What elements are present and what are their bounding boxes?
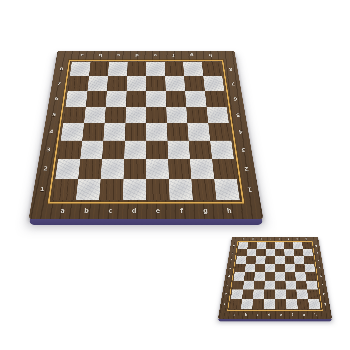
small-square-g3 <box>296 280 307 289</box>
large-square-c2 <box>101 159 124 179</box>
large-ranks-left-label-5: 5 <box>46 107 62 123</box>
small-square-c1 <box>252 299 264 309</box>
small-files-top-label-e: e <box>275 237 284 241</box>
small-square-e2 <box>275 289 286 299</box>
large-square-g2 <box>190 159 214 179</box>
small-square-a1 <box>229 299 241 309</box>
large-ranks-right-label-5: 5 <box>230 107 246 123</box>
small-square-f4 <box>285 272 296 280</box>
small-square-h4 <box>305 272 316 280</box>
small-ranks-right-label-1: 1 <box>321 299 330 309</box>
small-ranks-right-label-7: 7 <box>314 249 321 256</box>
large-playfield <box>48 60 245 204</box>
small-square-h2 <box>307 289 319 299</box>
small-square-e5 <box>275 264 285 272</box>
large-square-c8 <box>108 62 128 76</box>
chessboard-large-wrap: abcdefgh abcdefgh 87654321 87654321 <box>0 0 350 350</box>
large-ranks-right-label-2: 2 <box>238 159 256 179</box>
large-ranks-left-label-3: 3 <box>40 140 57 159</box>
large-files-top-label-g: g <box>182 51 201 60</box>
small-files-bottom-label-e: e <box>275 311 287 318</box>
large-files-top-label-e: e <box>146 51 164 60</box>
small-ranks-left-label-7: 7 <box>229 249 236 256</box>
large-square-e2 <box>146 159 169 179</box>
small-square-b7 <box>246 249 256 256</box>
small-square-a8 <box>238 242 248 249</box>
small-ranks-left-label-3: 3 <box>223 280 231 289</box>
large-square-g7 <box>184 76 205 91</box>
large-square-b8 <box>89 62 109 76</box>
small-ranks-left-label-2: 2 <box>222 289 231 299</box>
large-square-e1 <box>146 179 169 200</box>
large-square-b6 <box>86 91 107 107</box>
large-files-top-label-d: d <box>128 51 146 60</box>
small-ranks-right-label-2: 2 <box>320 289 329 299</box>
small-square-f7 <box>284 249 294 256</box>
large-square-c5 <box>105 107 126 123</box>
small-square-f3 <box>285 280 296 289</box>
large-square-f2 <box>168 159 191 179</box>
large-square-b3 <box>80 140 103 159</box>
large-files-top-label-b: b <box>91 51 110 60</box>
small-square-c7 <box>256 249 266 256</box>
small-square-a2 <box>231 289 243 299</box>
large-square-h2 <box>212 159 237 179</box>
small-square-a4 <box>234 272 245 280</box>
small-board-side-edge <box>218 319 332 322</box>
small-square-h1 <box>308 299 320 309</box>
small-square-f6 <box>285 256 295 264</box>
small-square-h7 <box>303 249 313 256</box>
small-square-g5 <box>295 264 306 272</box>
small-ranks-right-label-5: 5 <box>316 264 324 272</box>
large-square-f1 <box>169 179 193 200</box>
large-square-e6 <box>146 91 166 107</box>
large-square-c3 <box>102 140 125 159</box>
large-square-f3 <box>167 140 190 159</box>
large-ranks-right-label-7: 7 <box>226 76 241 91</box>
large-square-d7 <box>126 76 146 91</box>
small-square-c2 <box>253 289 264 299</box>
small-files-top-label-a: a <box>239 237 248 241</box>
large-ranks-left-labels: 87654321 <box>33 62 69 199</box>
small-square-b3 <box>243 280 254 289</box>
small-ranks-right-label-4: 4 <box>317 272 325 280</box>
small-ranks-left-label-6: 6 <box>228 256 236 264</box>
small-files-bottom-label-c: c <box>252 311 264 318</box>
large-square-f5 <box>166 107 187 123</box>
large-grid <box>52 62 239 199</box>
large-square-h5 <box>206 107 228 123</box>
small-ranks-left-label-5: 5 <box>226 264 234 272</box>
large-square-g4 <box>187 123 210 140</box>
small-square-f2 <box>286 289 297 299</box>
large-square-c1 <box>99 179 123 200</box>
large-square-d8 <box>127 62 146 76</box>
small-square-b1 <box>241 299 253 309</box>
large-square-a7 <box>68 76 89 91</box>
large-square-a6 <box>66 91 88 107</box>
large-square-h1 <box>214 179 240 200</box>
large-square-g6 <box>185 91 206 107</box>
large-ranks-left-label-2: 2 <box>36 159 54 179</box>
small-square-c6 <box>255 256 265 264</box>
small-square-e4 <box>275 272 285 280</box>
small-square-b4 <box>244 272 255 280</box>
scene: abcdefgh abcdefgh 87654321 87654321 abcd… <box>0 0 350 350</box>
large-ranks-left-label-8: 8 <box>54 62 69 76</box>
small-files-top-labels: abcdefgh <box>239 237 311 241</box>
small-square-a6 <box>236 256 247 264</box>
small-files-top-label-h: h <box>301 237 310 241</box>
large-ranks-left-label-7: 7 <box>51 76 66 91</box>
small-square-e8 <box>275 242 284 249</box>
large-square-f4 <box>167 123 189 140</box>
small-files-bottom-label-g: g <box>298 311 310 318</box>
small-square-h8 <box>302 242 312 249</box>
large-files-bottom-labels: abcdefgh <box>50 203 242 217</box>
large-square-h6 <box>205 91 227 107</box>
large-square-a3 <box>58 140 82 159</box>
large-square-e7 <box>146 76 166 91</box>
large-files-bottom-label-c: c <box>98 203 123 217</box>
large-square-c7 <box>107 76 127 91</box>
large-square-h7 <box>203 76 224 91</box>
large-square-e5 <box>146 107 167 123</box>
large-square-g8 <box>183 62 203 76</box>
small-ranks-left-label-1: 1 <box>220 299 229 309</box>
small-square-c5 <box>255 264 265 272</box>
small-files-bottom-label-f: f <box>286 311 298 318</box>
large-ranks-left-label-6: 6 <box>49 91 65 107</box>
small-files-bottom-labels: abcdefgh <box>228 311 321 318</box>
large-square-c6 <box>106 91 127 107</box>
large-square-e4 <box>146 123 167 140</box>
chessboard-small: abcdefgh abcdefgh 87654321 87654321 <box>218 237 332 319</box>
small-square-g6 <box>294 256 304 264</box>
small-square-f5 <box>285 264 295 272</box>
small-square-f1 <box>286 299 298 309</box>
small-square-f8 <box>284 242 293 249</box>
small-ranks-left-label-4: 4 <box>225 272 233 280</box>
large-ranks-right-label-4: 4 <box>232 123 249 140</box>
large-files-bottom-label-b: b <box>74 203 99 217</box>
small-files-top-label-b: b <box>248 237 257 241</box>
small-files-bottom-label-a: a <box>228 311 240 318</box>
large-ranks-right-label-8: 8 <box>223 62 238 76</box>
large-square-a1 <box>52 179 78 200</box>
small-files-top-label-c: c <box>257 237 266 241</box>
large-ranks-right-label-1: 1 <box>241 179 260 200</box>
small-files-top-label-d: d <box>266 237 275 241</box>
large-square-h8 <box>202 62 223 76</box>
large-square-b7 <box>87 76 108 91</box>
large-files-top-label-a: a <box>72 51 91 60</box>
large-files-bottom-label-g: g <box>193 203 218 217</box>
small-square-d3 <box>264 280 275 289</box>
large-files-bottom-label-h: h <box>217 203 243 217</box>
large-square-a4 <box>61 123 84 140</box>
small-grid <box>229 242 320 309</box>
large-square-d1 <box>123 179 146 200</box>
small-ranks-right-label-8: 8 <box>313 242 320 249</box>
small-square-c3 <box>254 280 265 289</box>
large-square-h3 <box>210 140 234 159</box>
small-square-d1 <box>264 299 275 309</box>
small-square-e3 <box>275 280 286 289</box>
small-square-a7 <box>237 249 247 256</box>
small-square-d4 <box>265 272 275 280</box>
small-files-bottom-label-h: h <box>309 311 321 318</box>
small-files-bottom-label-d: d <box>263 311 275 318</box>
chessboard-large: abcdefgh abcdefgh 87654321 87654321 <box>29 51 264 219</box>
large-square-d6 <box>126 91 146 107</box>
small-files-top-label-f: f <box>284 237 293 241</box>
small-square-b6 <box>246 256 256 264</box>
large-ranks-right-label-6: 6 <box>228 91 244 107</box>
large-square-g3 <box>189 140 212 159</box>
large-board-side-edge <box>29 219 263 225</box>
large-square-a8 <box>70 62 91 76</box>
small-square-h6 <box>304 256 315 264</box>
small-square-g1 <box>297 299 309 309</box>
large-square-c4 <box>103 123 125 140</box>
large-square-a5 <box>63 107 85 123</box>
small-square-c4 <box>254 272 265 280</box>
large-square-d5 <box>125 107 146 123</box>
large-ranks-right-label-3: 3 <box>235 140 252 159</box>
small-square-e7 <box>275 249 285 256</box>
small-square-h5 <box>304 264 315 272</box>
large-ranks-left-label-4: 4 <box>43 123 60 140</box>
large-square-e8 <box>146 62 165 76</box>
small-square-g7 <box>294 249 304 256</box>
large-files-bottom-label-f: f <box>170 203 195 217</box>
large-square-f7 <box>165 76 185 91</box>
large-square-d4 <box>125 123 146 140</box>
small-square-d8 <box>266 242 275 249</box>
large-square-f8 <box>165 62 185 76</box>
small-square-b5 <box>245 264 256 272</box>
large-square-d3 <box>124 140 146 159</box>
large-files-bottom-label-e: e <box>146 203 170 217</box>
large-files-top-label-c: c <box>109 51 128 60</box>
small-square-d7 <box>265 249 275 256</box>
small-square-d5 <box>265 264 275 272</box>
large-square-h4 <box>208 123 231 140</box>
small-square-e6 <box>275 256 285 264</box>
small-square-c8 <box>256 242 265 249</box>
large-files-top-label-f: f <box>164 51 183 60</box>
large-square-b1 <box>76 179 101 200</box>
small-square-d2 <box>264 289 275 299</box>
small-playfield <box>227 241 323 311</box>
large-square-g1 <box>191 179 216 200</box>
small-square-e1 <box>275 299 286 309</box>
large-ranks-left-label-1: 1 <box>33 179 52 200</box>
large-square-b2 <box>78 159 102 179</box>
large-files-top-label-h: h <box>200 51 219 60</box>
small-square-d6 <box>265 256 275 264</box>
large-square-b4 <box>82 123 105 140</box>
small-ranks-right-labels: 87654321 <box>313 242 330 309</box>
large-files-bottom-label-d: d <box>122 203 146 217</box>
large-ranks-right-labels: 87654321 <box>223 62 259 199</box>
small-square-b2 <box>242 289 254 299</box>
small-square-a5 <box>235 264 246 272</box>
large-square-g5 <box>186 107 208 123</box>
small-files-bottom-label-b: b <box>240 311 252 318</box>
small-square-h3 <box>306 280 318 289</box>
large-files-bottom-label-a: a <box>50 203 76 217</box>
small-ranks-left-labels: 87654321 <box>220 242 237 309</box>
small-square-a3 <box>232 280 244 289</box>
small-square-g2 <box>296 289 308 299</box>
large-square-f6 <box>166 91 187 107</box>
large-square-e3 <box>146 140 168 159</box>
small-square-b8 <box>247 242 257 249</box>
large-square-b5 <box>84 107 106 123</box>
large-square-a2 <box>55 159 80 179</box>
small-square-g4 <box>295 272 306 280</box>
large-square-d2 <box>123 159 146 179</box>
small-ranks-right-label-6: 6 <box>315 256 323 264</box>
large-files-top-labels: abcdefgh <box>72 51 220 60</box>
small-ranks-left-label-8: 8 <box>230 242 237 249</box>
small-square-g8 <box>293 242 303 249</box>
chessboard-small-wrap: abcdefgh abcdefgh 87654321 87654321 <box>0 0 350 350</box>
small-ranks-right-label-3: 3 <box>318 280 326 289</box>
small-files-top-label-g: g <box>293 237 302 241</box>
